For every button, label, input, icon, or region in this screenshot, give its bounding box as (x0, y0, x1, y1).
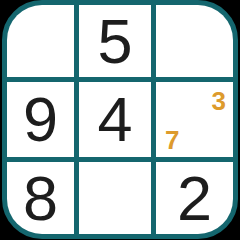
cell-digit: 8 (23, 167, 58, 230)
cell-digit: 4 (97, 88, 132, 151)
cell-r3c2[interactable] (79, 162, 151, 234)
cell-r3c3[interactable]: 2 (156, 162, 233, 234)
cell-digit: 5 (97, 10, 132, 73)
cell-r1c2[interactable]: 5 (79, 5, 151, 77)
cell-r1c1[interactable] (7, 5, 74, 77)
cell-r2c1[interactable]: 9 (7, 82, 74, 157)
cell-r2c2[interactable]: 4 (79, 82, 151, 157)
cell-r1c3[interactable] (156, 5, 233, 77)
cell-digit: 2 (177, 167, 212, 230)
cell-digit: 9 (23, 88, 58, 151)
cell-r3c1[interactable]: 8 (7, 162, 74, 234)
sudoku-app-icon: 5 9 4 3 7 8 2 (0, 0, 240, 240)
cell-r2c3[interactable]: 3 7 (156, 82, 233, 157)
pencil-note-7: 7 (165, 127, 179, 153)
sudoku-board: 5 9 4 3 7 8 2 (2, 0, 238, 239)
pencil-note-3: 3 (212, 88, 226, 114)
